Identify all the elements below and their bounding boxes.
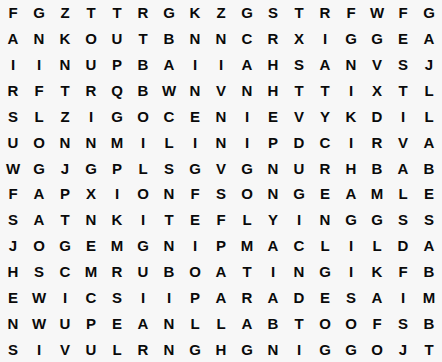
grid-cell[interactable]: W (0, 155, 26, 181)
grid-cell[interactable]: B (416, 310, 442, 336)
grid-cell[interactable]: P (104, 155, 130, 181)
grid-cell[interactable]: R (312, 155, 338, 181)
grid-cell[interactable]: E (0, 284, 26, 310)
grid-cell[interactable]: I (130, 207, 156, 233)
grid-cell[interactable]: L (156, 129, 182, 155)
grid-cell[interactable]: I (390, 284, 416, 310)
grid-cell[interactable]: P (260, 129, 286, 155)
grid-cell[interactable]: L (416, 78, 442, 104)
grid-cell[interactable]: G (78, 155, 104, 181)
grid-cell[interactable]: N (312, 207, 338, 233)
grid-cell[interactable]: K (104, 207, 130, 233)
grid-cell[interactable]: S (416, 207, 442, 233)
grid-cell[interactable]: S (390, 310, 416, 336)
grid-cell[interactable]: S (390, 52, 416, 78)
grid-cell[interactable]: F (338, 0, 364, 26)
grid-cell[interactable]: L (364, 233, 390, 259)
grid-cell[interactable]: G (364, 26, 390, 52)
grid-cell[interactable]: O (312, 310, 338, 336)
grid-cell[interactable]: B (130, 78, 156, 104)
grid-cell[interactable]: M (364, 181, 390, 207)
grid-cell[interactable]: F (182, 181, 208, 207)
grid-cell[interactable]: C (156, 103, 182, 129)
grid-cell[interactable]: F (0, 181, 26, 207)
grid-cell[interactable]: S (208, 181, 234, 207)
grid-cell[interactable]: X (286, 26, 312, 52)
grid-cell[interactable]: I (78, 103, 104, 129)
grid-cell[interactable]: N (260, 181, 286, 207)
grid-cell[interactable]: G (234, 0, 260, 26)
grid-cell[interactable]: S (286, 52, 312, 78)
grid-cell[interactable]: W (26, 284, 52, 310)
grid-cell[interactable]: T (156, 207, 182, 233)
grid-cell[interactable]: N (208, 103, 234, 129)
grid-cell[interactable]: F (390, 259, 416, 285)
grid-cell[interactable]: I (130, 284, 156, 310)
grid-cell[interactable]: G (234, 155, 260, 181)
grid-cell[interactable]: O (234, 181, 260, 207)
grid-cell[interactable]: Z (208, 0, 234, 26)
grid-cell[interactable]: R (130, 0, 156, 26)
grid-cell[interactable]: M (416, 284, 442, 310)
grid-cell[interactable]: L (390, 181, 416, 207)
grid-cell[interactable]: A (0, 26, 26, 52)
grid-cell[interactable]: F (390, 0, 416, 26)
grid-cell[interactable]: N (26, 26, 52, 52)
grid-cell[interactable]: T (78, 0, 104, 26)
grid-cell[interactable]: I (234, 103, 260, 129)
grid-cell[interactable]: O (78, 26, 104, 52)
grid-cell[interactable]: P (208, 233, 234, 259)
grid-cell[interactable]: S (26, 259, 52, 285)
grid-cell[interactable]: G (364, 207, 390, 233)
grid-cell[interactable]: G (416, 0, 442, 26)
grid-cell[interactable]: S (0, 207, 26, 233)
grid-cell[interactable]: Z (52, 103, 78, 129)
grid-cell[interactable]: W (26, 310, 52, 336)
grid-cell[interactable]: A (130, 310, 156, 336)
grid-cell[interactable]: B (260, 310, 286, 336)
grid-cell[interactable]: V (52, 336, 78, 362)
grid-cell[interactable]: A (26, 181, 52, 207)
grid-cell[interactable]: L (182, 310, 208, 336)
grid-cell[interactable]: N (156, 233, 182, 259)
grid-cell[interactable]: I (234, 129, 260, 155)
grid-cell[interactable]: I (26, 52, 52, 78)
grid-cell[interactable]: V (390, 129, 416, 155)
grid-cell[interactable]: C (286, 233, 312, 259)
grid-cell[interactable]: N (156, 336, 182, 362)
grid-cell[interactable]: P (182, 284, 208, 310)
grid-cell[interactable]: C (52, 259, 78, 285)
grid-cell[interactable]: L (104, 336, 130, 362)
grid-cell[interactable]: L (208, 310, 234, 336)
grid-cell[interactable]: I (260, 259, 286, 285)
grid-cell[interactable]: I (286, 336, 312, 362)
grid-cell[interactable]: Q (104, 78, 130, 104)
grid-cell[interactable]: L (312, 233, 338, 259)
grid-cell[interactable]: I (338, 78, 364, 104)
grid-cell[interactable]: C (234, 26, 260, 52)
grid-cell[interactable]: G (130, 233, 156, 259)
grid-cell[interactable]: U (104, 26, 130, 52)
grid-cell[interactable]: T (234, 259, 260, 285)
grid-cell[interactable]: U (286, 155, 312, 181)
grid-cell[interactable]: O (26, 129, 52, 155)
grid-cell[interactable]: R (78, 78, 104, 104)
grid-cell[interactable]: I (286, 207, 312, 233)
grid-cell[interactable]: L (26, 103, 52, 129)
grid-cell[interactable]: N (260, 155, 286, 181)
grid-cell[interactable]: H (260, 52, 286, 78)
grid-cell[interactable]: A (416, 233, 442, 259)
grid-cell[interactable]: N (52, 129, 78, 155)
grid-cell[interactable]: A (260, 284, 286, 310)
grid-cell[interactable]: Y (312, 103, 338, 129)
grid-cell[interactable]: T (390, 78, 416, 104)
grid-cell[interactable]: G (286, 181, 312, 207)
grid-cell[interactable]: B (130, 52, 156, 78)
grid-cell[interactable]: Z (52, 0, 78, 26)
grid-cell[interactable]: S (260, 0, 286, 26)
grid-cell[interactable]: K (338, 103, 364, 129)
grid-cell[interactable]: T (130, 26, 156, 52)
grid-cell[interactable]: I (52, 284, 78, 310)
grid-cell[interactable]: P (78, 310, 104, 336)
grid-cell[interactable]: I (182, 52, 208, 78)
grid-cell[interactable]: I (0, 52, 26, 78)
grid-cell[interactable]: F (0, 0, 26, 26)
grid-cell[interactable]: N (182, 26, 208, 52)
grid-cell[interactable]: W (156, 78, 182, 104)
word-search-grid: FGZTTRGKZGSTRFWFGANKOUTBNNCRXIGGEAIINUPB… (0, 0, 442, 362)
grid-cell[interactable]: N (260, 336, 286, 362)
grid-cell[interactable]: A (260, 233, 286, 259)
grid-cell[interactable]: R (104, 259, 130, 285)
grid-cell[interactable]: U (0, 129, 26, 155)
grid-cell[interactable]: A (156, 52, 182, 78)
grid-cell[interactable]: N (0, 310, 26, 336)
grid-cell[interactable]: S (0, 336, 26, 362)
grid-cell[interactable]: H (338, 155, 364, 181)
grid-cell[interactable]: B (416, 259, 442, 285)
grid-cell[interactable]: J (416, 52, 442, 78)
grid-cell[interactable]: K (52, 26, 78, 52)
grid-cell[interactable]: D (364, 103, 390, 129)
grid-cell[interactable]: G (182, 336, 208, 362)
grid-cell[interactable]: G (338, 207, 364, 233)
grid-cell[interactable]: C (78, 284, 104, 310)
grid-cell[interactable]: I (338, 129, 364, 155)
grid-cell[interactable]: N (156, 310, 182, 336)
grid-cell[interactable]: U (130, 259, 156, 285)
grid-cell[interactable]: X (364, 78, 390, 104)
grid-cell[interactable]: T (312, 78, 338, 104)
grid-cell[interactable]: N (208, 129, 234, 155)
grid-cell[interactable]: H (208, 336, 234, 362)
grid-cell[interactable]: A (26, 207, 52, 233)
grid-cell[interactable]: T (286, 78, 312, 104)
grid-cell[interactable]: J (52, 155, 78, 181)
grid-cell[interactable]: H (0, 259, 26, 285)
grid-cell[interactable]: A (416, 129, 442, 155)
grid-cell[interactable]: X (78, 181, 104, 207)
grid-cell[interactable]: L (130, 155, 156, 181)
grid-cell[interactable]: G (312, 336, 338, 362)
grid-cell[interactable]: Y (260, 207, 286, 233)
grid-cell[interactable]: J (390, 336, 416, 362)
grid-cell[interactable]: N (286, 259, 312, 285)
grid-cell[interactable]: G (338, 336, 364, 362)
grid-cell[interactable]: E (182, 103, 208, 129)
grid-cell[interactable]: G (104, 103, 130, 129)
grid-cell[interactable]: E (260, 103, 286, 129)
grid-cell[interactable]: E (78, 233, 104, 259)
grid-cell[interactable]: V (208, 155, 234, 181)
grid-cell[interactable]: M (234, 233, 260, 259)
grid-cell[interactable]: G (338, 26, 364, 52)
grid-cell[interactable]: A (312, 52, 338, 78)
grid-cell[interactable]: E (182, 207, 208, 233)
grid-cell[interactable]: B (156, 259, 182, 285)
grid-cell[interactable]: N (208, 26, 234, 52)
grid-cell[interactable]: B (364, 155, 390, 181)
grid-cell[interactable]: K (182, 0, 208, 26)
grid-cell[interactable]: N (156, 181, 182, 207)
grid-cell[interactable]: O (130, 103, 156, 129)
grid-cell[interactable]: S (338, 284, 364, 310)
grid-cell[interactable]: T (52, 207, 78, 233)
grid-cell[interactable]: N (52, 52, 78, 78)
grid-cell[interactable]: D (390, 233, 416, 259)
grid-cell[interactable]: L (416, 103, 442, 129)
grid-cell[interactable]: V (286, 103, 312, 129)
grid-cell[interactable]: T (104, 0, 130, 26)
grid-cell[interactable]: T (416, 336, 442, 362)
grid-cell[interactable]: O (338, 310, 364, 336)
grid-cell[interactable]: F (364, 310, 390, 336)
grid-cell[interactable]: I (312, 26, 338, 52)
grid-cell[interactable]: I (156, 284, 182, 310)
grid-cell[interactable]: A (234, 310, 260, 336)
grid-cell[interactable]: S (104, 284, 130, 310)
grid-cell[interactable]: E (104, 310, 130, 336)
grid-cell[interactable]: I (182, 129, 208, 155)
grid-cell[interactable]: R (312, 0, 338, 26)
grid-cell[interactable]: U (78, 52, 104, 78)
grid-cell[interactable]: N (234, 78, 260, 104)
grid-cell[interactable]: W (364, 0, 390, 26)
grid-cell[interactable]: P (104, 52, 130, 78)
grid-cell[interactable]: E (390, 26, 416, 52)
grid-cell[interactable]: A (208, 284, 234, 310)
grid-cell[interactable]: A (234, 52, 260, 78)
grid-cell[interactable]: A (208, 259, 234, 285)
grid-cell[interactable]: A (390, 155, 416, 181)
grid-cell[interactable]: I (338, 259, 364, 285)
grid-cell[interactable]: M (104, 233, 130, 259)
grid-cell[interactable]: L (234, 207, 260, 233)
grid-cell[interactable]: R (260, 26, 286, 52)
grid-cell[interactable]: N (338, 52, 364, 78)
grid-cell[interactable]: I (26, 336, 52, 362)
grid-cell[interactable]: N (78, 207, 104, 233)
grid-cell[interactable]: V (208, 78, 234, 104)
grid-cell[interactable]: I (390, 103, 416, 129)
grid-cell[interactable]: I (182, 233, 208, 259)
grid-cell[interactable]: D (286, 129, 312, 155)
grid-cell[interactable]: R (130, 336, 156, 362)
grid-cell[interactable]: U (78, 336, 104, 362)
grid-cell[interactable]: E (416, 181, 442, 207)
grid-cell[interactable]: O (130, 181, 156, 207)
grid-cell[interactable]: O (364, 336, 390, 362)
grid-cell[interactable]: A (416, 26, 442, 52)
grid-cell[interactable]: T (286, 0, 312, 26)
grid-cell[interactable]: I (208, 52, 234, 78)
grid-cell[interactable]: R (0, 78, 26, 104)
grid-cell[interactable]: P (52, 181, 78, 207)
grid-cell[interactable]: I (130, 129, 156, 155)
grid-cell[interactable]: O (26, 233, 52, 259)
grid-cell[interactable]: I (104, 181, 130, 207)
grid-cell[interactable]: M (78, 259, 104, 285)
grid-cell[interactable]: B (416, 155, 442, 181)
grid-cell[interactable]: G (182, 155, 208, 181)
grid-cell[interactable]: S (0, 103, 26, 129)
grid-cell[interactable]: H (260, 78, 286, 104)
grid-cell[interactable]: E (312, 284, 338, 310)
grid-cell[interactable]: T (286, 310, 312, 336)
grid-cell[interactable]: J (0, 233, 26, 259)
grid-cell[interactable]: G (52, 233, 78, 259)
grid-cell[interactable]: G (26, 0, 52, 26)
grid-cell[interactable]: U (52, 310, 78, 336)
grid-cell[interactable]: V (364, 52, 390, 78)
grid-cell[interactable]: F (208, 207, 234, 233)
grid-cell[interactable]: D (286, 284, 312, 310)
grid-cell[interactable]: G (26, 155, 52, 181)
grid-cell[interactable]: T (52, 78, 78, 104)
grid-cell[interactable]: M (104, 129, 130, 155)
grid-cell[interactable]: R (364, 129, 390, 155)
grid-cell[interactable]: E (312, 181, 338, 207)
grid-cell[interactable]: B (156, 26, 182, 52)
grid-cell[interactable]: C (312, 129, 338, 155)
grid-cell[interactable]: F (26, 78, 52, 104)
grid-cell[interactable]: K (364, 259, 390, 285)
grid-cell[interactable]: A (364, 284, 390, 310)
grid-cell[interactable]: S (390, 207, 416, 233)
grid-cell[interactable]: O (182, 259, 208, 285)
grid-cell[interactable]: G (312, 259, 338, 285)
grid-cell[interactable]: G (234, 336, 260, 362)
grid-cell[interactable]: S (156, 155, 182, 181)
grid-cell[interactable]: N (182, 78, 208, 104)
grid-cell[interactable]: I (338, 233, 364, 259)
grid-cell[interactable]: N (78, 129, 104, 155)
grid-cell[interactable]: R (234, 284, 260, 310)
grid-cell[interactable]: G (156, 0, 182, 26)
grid-cell[interactable]: A (338, 181, 364, 207)
